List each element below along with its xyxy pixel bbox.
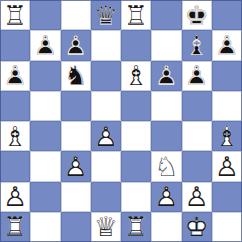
square-f6[interactable]: ♟♙ (151, 61, 181, 91)
piece-outline-glyph: ♕ (91, 0, 121, 30)
piece-outline-glyph: ♙ (182, 61, 212, 91)
square-g2[interactable]: ♟♙ (182, 182, 212, 212)
square-b5[interactable] (30, 91, 60, 121)
piece-outline-glyph: ♙ (61, 30, 91, 60)
white-pawn-d4[interactable]: ♟♙ (91, 121, 121, 151)
piece-outline-glyph: ♙ (0, 61, 30, 91)
white-rook-e8[interactable]: ♜♖ (121, 0, 151, 30)
square-h6[interactable] (212, 61, 242, 91)
piece-outline-glyph: ♙ (61, 151, 91, 181)
piece-outline-glyph: ♖ (121, 0, 151, 30)
square-e6[interactable]: ♝♗ (121, 61, 151, 91)
white-rook-a8[interactable]: ♜♖ (0, 0, 30, 30)
white-rook-e1[interactable]: ♜♖ (121, 212, 151, 242)
piece-outline-glyph: ♙ (91, 121, 121, 151)
square-h4[interactable]: ♝♗ (212, 121, 242, 151)
chess-board: ♜♖♛♕♜♖♚♔♟♙♟♙♝♗♟♙♟♙♞♘♝♗♟♙♟♙♝♗♟♙♝♗♟♙♞♘♟♙♟♙… (0, 0, 242, 242)
square-b4[interactable] (30, 121, 60, 151)
square-e3[interactable] (121, 151, 151, 181)
square-a1[interactable]: ♜♖ (0, 212, 30, 242)
square-c7[interactable]: ♟♙ (61, 30, 91, 60)
piece-outline-glyph: ♖ (0, 212, 30, 242)
square-e4[interactable] (121, 121, 151, 151)
square-f4[interactable] (151, 121, 181, 151)
square-c8[interactable] (61, 0, 91, 30)
piece-outline-glyph: ♗ (0, 121, 30, 151)
square-a8[interactable]: ♜♖ (0, 0, 30, 30)
black-pawn-b7[interactable]: ♟♙ (30, 30, 60, 60)
black-pawn-c7[interactable]: ♟♙ (61, 30, 91, 60)
square-a7[interactable] (0, 30, 30, 60)
square-f3[interactable]: ♞♘ (151, 151, 181, 181)
square-g3[interactable] (182, 151, 212, 181)
square-g1[interactable]: ♚♔ (182, 212, 212, 242)
square-d3[interactable] (91, 151, 121, 181)
white-pawn-c3[interactable]: ♟♙ (61, 151, 91, 181)
black-pawn-h7[interactable]: ♟♙ (212, 30, 242, 60)
square-d1[interactable]: ♛♕ (91, 212, 121, 242)
square-h1[interactable] (212, 212, 242, 242)
square-c4[interactable] (61, 121, 91, 151)
piece-outline-glyph: ♗ (182, 30, 212, 60)
square-d4[interactable]: ♟♙ (91, 121, 121, 151)
square-e7[interactable] (121, 30, 151, 60)
square-f5[interactable] (151, 91, 181, 121)
square-c2[interactable] (61, 182, 91, 212)
square-g5[interactable] (182, 91, 212, 121)
white-queen-d1[interactable]: ♛♕ (91, 212, 121, 242)
square-a2[interactable]: ♟♙ (0, 182, 30, 212)
white-knight-f3[interactable]: ♞♘ (151, 151, 181, 181)
square-a5[interactable] (0, 91, 30, 121)
piece-outline-glyph: ♙ (182, 182, 212, 212)
square-h3[interactable]: ♟♙ (212, 151, 242, 181)
square-g8[interactable]: ♚♔ (182, 0, 212, 30)
square-f7[interactable] (151, 30, 181, 60)
square-b3[interactable] (30, 151, 60, 181)
square-c5[interactable] (61, 91, 91, 121)
white-bishop-e6[interactable]: ♝♗ (121, 61, 151, 91)
square-d8[interactable]: ♛♕ (91, 0, 121, 30)
black-bishop-g7[interactable]: ♝♗ (182, 30, 212, 60)
piece-outline-glyph: ♔ (182, 212, 212, 242)
white-pawn-f2[interactable]: ♟♙ (151, 182, 181, 212)
piece-outline-glyph: ♙ (30, 30, 60, 60)
square-a3[interactable] (0, 151, 30, 181)
square-a4[interactable]: ♝♗ (0, 121, 30, 151)
piece-outline-glyph: ♕ (91, 212, 121, 242)
square-g6[interactable]: ♟♙ (182, 61, 212, 91)
white-pawn-g2[interactable]: ♟♙ (182, 182, 212, 212)
piece-outline-glyph: ♙ (0, 182, 30, 212)
square-h5[interactable] (212, 91, 242, 121)
square-e8[interactable]: ♜♖ (121, 0, 151, 30)
white-king-g1[interactable]: ♚♔ (182, 212, 212, 242)
square-a6[interactable]: ♟♙ (0, 61, 30, 91)
piece-outline-glyph: ♙ (151, 182, 181, 212)
black-pawn-a6[interactable]: ♟♙ (0, 61, 30, 91)
square-g7[interactable]: ♝♗ (182, 30, 212, 60)
piece-outline-glyph: ♗ (121, 61, 151, 91)
black-queen-d8[interactable]: ♛♕ (91, 0, 121, 30)
piece-outline-glyph: ♙ (212, 30, 242, 60)
black-knight-c6[interactable]: ♞♘ (61, 61, 91, 91)
piece-outline-glyph: ♘ (61, 61, 91, 91)
square-h7[interactable]: ♟♙ (212, 30, 242, 60)
white-pawn-a2[interactable]: ♟♙ (0, 182, 30, 212)
black-pawn-f6[interactable]: ♟♙ (151, 61, 181, 91)
black-pawn-g6[interactable]: ♟♙ (182, 61, 212, 91)
square-b6[interactable] (30, 61, 60, 91)
white-bishop-a4[interactable]: ♝♗ (0, 121, 30, 151)
square-d5[interactable] (91, 91, 121, 121)
piece-outline-glyph: ♙ (151, 61, 181, 91)
piece-outline-glyph: ♘ (151, 151, 181, 181)
piece-outline-glyph: ♙ (212, 151, 242, 181)
square-c3[interactable]: ♟♙ (61, 151, 91, 181)
square-d6[interactable] (91, 61, 121, 91)
square-b1[interactable] (30, 212, 60, 242)
square-e2[interactable] (121, 182, 151, 212)
square-e1[interactable]: ♜♖ (121, 212, 151, 242)
square-f8[interactable] (151, 0, 181, 30)
black-king-g8[interactable]: ♚♔ (182, 0, 212, 30)
square-d7[interactable] (91, 30, 121, 60)
square-g4[interactable] (182, 121, 212, 151)
white-pawn-h3[interactable]: ♟♙ (212, 151, 242, 181)
square-b7[interactable]: ♟♙ (30, 30, 60, 60)
square-c6[interactable]: ♞♘ (61, 61, 91, 91)
square-b8[interactable] (30, 0, 60, 30)
piece-outline-glyph: ♔ (182, 0, 212, 30)
piece-outline-glyph: ♗ (212, 121, 242, 151)
square-f2[interactable]: ♟♙ (151, 182, 181, 212)
piece-outline-glyph: ♖ (0, 0, 30, 30)
square-h2[interactable] (212, 182, 242, 212)
square-d2[interactable] (91, 182, 121, 212)
square-b2[interactable] (30, 182, 60, 212)
chess-board-wrap: ♜♖♛♕♜♖♚♔♟♙♟♙♝♗♟♙♟♙♞♘♝♗♟♙♟♙♝♗♟♙♝♗♟♙♞♘♟♙♟♙… (0, 0, 242, 242)
square-c1[interactable] (61, 212, 91, 242)
square-f1[interactable] (151, 212, 181, 242)
square-e5[interactable] (121, 91, 151, 121)
white-rook-a1[interactable]: ♜♖ (0, 212, 30, 242)
square-h8[interactable] (212, 0, 242, 30)
piece-outline-glyph: ♖ (121, 212, 151, 242)
white-bishop-h4[interactable]: ♝♗ (212, 121, 242, 151)
